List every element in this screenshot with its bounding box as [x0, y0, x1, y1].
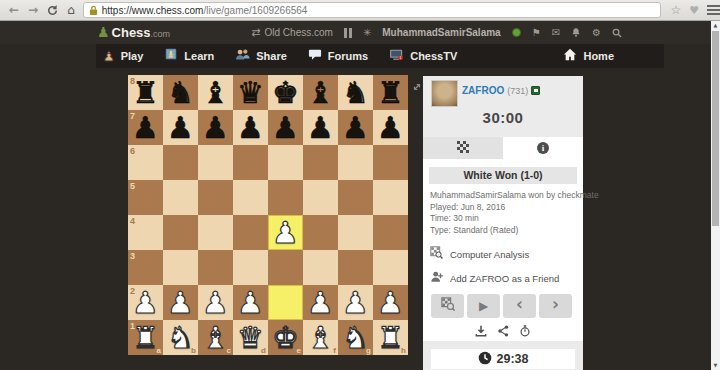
white-knight: ♞	[338, 320, 373, 355]
square-b5[interactable]	[163, 180, 198, 215]
online-status-icon[interactable]	[512, 28, 521, 37]
square-g7[interactable]: ♟	[338, 110, 373, 145]
square-a6[interactable]: 6	[128, 145, 163, 180]
nav-item-chesstv[interactable]: 1 ChessTV	[389, 47, 457, 65]
white-player-clock-bar: 29:38	[431, 349, 575, 369]
white-rook: ♜	[128, 320, 163, 355]
black-bishop: ♝	[198, 75, 233, 110]
white-knight: ♞	[163, 320, 198, 355]
black-king: ♚	[268, 75, 303, 110]
white-bishop: ♝	[198, 320, 233, 355]
white-pawn: ♟	[128, 285, 163, 320]
white-rook: ♜	[373, 320, 408, 355]
square-d8[interactable]: ♛	[233, 75, 268, 110]
black-rook: ♜	[373, 75, 408, 110]
nav-item-play[interactable]: ♟ Play	[103, 49, 143, 64]
square-a3[interactable]: 3	[128, 250, 163, 285]
forums-bubble-icon	[308, 47, 322, 65]
game-details-section: White Won (1-0) MuhammadSamirSalama won …	[423, 159, 583, 341]
square-h1[interactable]: h♜	[373, 320, 408, 355]
white-pawn: ♟	[198, 285, 233, 320]
square-c8[interactable]: ♝	[198, 75, 233, 110]
search-icon[interactable]	[612, 28, 622, 38]
nav-item-share[interactable]: Share	[235, 47, 287, 65]
square-f3[interactable]	[303, 250, 338, 285]
square-g2[interactable]: ♟	[338, 285, 373, 320]
chesstv-tv-icon: 1	[389, 47, 404, 65]
clock-icon	[478, 351, 492, 368]
scrollbar-thumb[interactable]	[712, 31, 719, 226]
square-g6[interactable]	[338, 145, 373, 180]
white-pawn: ♟	[233, 285, 268, 320]
page-background: ♟ Chess .com ⇄ Old Chess.com ✳ MuhammadS…	[0, 21, 711, 370]
square-h5[interactable]	[373, 180, 408, 215]
black-pawn: ♟	[233, 110, 268, 145]
white-pawn: ♟	[303, 285, 338, 320]
black-knight: ♞	[163, 75, 198, 110]
black-player-line: ZAFROO (731)	[462, 85, 540, 96]
chevron-left-icon: ‹	[516, 296, 523, 313]
nav-item-learn[interactable]: Learn	[164, 47, 214, 65]
white-pawn: ♟	[268, 215, 303, 250]
game-details: MuhammadSamirSalama won by checkmate Pla…	[430, 190, 583, 236]
square-e3[interactable]	[268, 250, 303, 285]
square-e7[interactable]: ♟	[268, 110, 303, 145]
square-h4[interactable]	[373, 215, 408, 250]
square-e4[interactable]: ♟	[268, 215, 303, 250]
square-g4[interactable]	[338, 215, 373, 250]
url-domain: https://www.chess.com	[102, 5, 204, 16]
messages-envelope-icon[interactable]: ✉	[552, 28, 560, 38]
back-icon[interactable]: ←	[9, 4, 19, 16]
square-g3[interactable]	[338, 250, 373, 285]
square-h2[interactable]: ♟	[373, 285, 408, 320]
game-info-panel: ZAFROO (731) 30:00 i White Won (1-0) Muh…	[423, 76, 583, 370]
square-e6[interactable]	[268, 145, 303, 180]
black-pawn: ♟	[128, 110, 163, 145]
reload-icon[interactable]	[47, 5, 58, 16]
rank-label-3: 3	[130, 251, 135, 261]
white-queen: ♛	[233, 320, 268, 355]
detail-time-control: Time: 30 min	[430, 213, 583, 225]
square-f4[interactable]	[303, 215, 338, 250]
heart-extension-icon[interactable]: ♥	[689, 4, 699, 17]
page-scrollbar[interactable]: ▲ ▼	[711, 21, 720, 370]
black-player-name[interactable]: ZAFROO	[462, 85, 504, 96]
add-friend-icon	[430, 269, 443, 287]
checkerboard-icon	[457, 139, 469, 157]
info-icon: i	[537, 142, 549, 154]
tab-info[interactable]: i	[503, 137, 583, 159]
black-rook: ♜	[128, 75, 163, 110]
columns-icon[interactable]	[344, 28, 352, 38]
detail-result-method: MuhammadSamirSalama won by checkmate	[430, 190, 583, 202]
chess-board: 8♜♞♝♛♚♝♞♜7♟♟♟♟♟♟♟♟654♟32♟♟♟♟♟♟♟1a♜b♞c♝d♛…	[128, 75, 408, 355]
square-g8[interactable]: ♞	[338, 75, 373, 110]
square-f2[interactable]: ♟	[303, 285, 338, 320]
square-a8[interactable]: 8♜	[128, 75, 163, 110]
share-nodes-icon[interactable]	[497, 323, 509, 341]
square-e5[interactable]	[268, 180, 303, 215]
browser-home-icon[interactable]: ⌂	[67, 3, 75, 17]
svg-text:1: 1	[400, 56, 402, 60]
black-pawn: ♟	[373, 110, 408, 145]
url-path: /live/game/1609266564	[203, 5, 307, 16]
square-d2[interactable]: ♟	[233, 285, 268, 320]
tab-board[interactable]	[423, 137, 503, 159]
square-a5[interactable]: 5	[128, 180, 163, 215]
settings-gear-icon[interactable]: ⚙	[592, 28, 601, 38]
rank-label-6: 6	[130, 146, 135, 156]
detail-played-date: Played: Jun 8, 2016	[430, 202, 583, 214]
play-icon: ▶	[479, 300, 488, 312]
black-pawn: ♟	[268, 110, 303, 145]
forward-icon[interactable]: →	[28, 4, 38, 16]
square-d3[interactable]	[233, 250, 268, 285]
square-d1[interactable]: d♛	[233, 320, 268, 355]
square-c6[interactable]	[198, 145, 233, 180]
play-pawn-icon: ♟	[103, 49, 115, 64]
square-a4[interactable]: 4	[128, 215, 163, 250]
playback-controls: ▶ ‹ ›	[431, 294, 583, 318]
board-expand-icon[interactable]	[412, 78, 422, 96]
nav-item-forums[interactable]: Forums	[308, 47, 368, 65]
logo-pawn-icon: ♟	[97, 25, 110, 39]
top-player-section: ZAFROO (731) 30:00	[423, 76, 583, 137]
square-c3[interactable]	[198, 250, 233, 285]
screen: ← → ⌂ https://www.chess.com/live/game/16…	[0, 0, 720, 370]
square-a2[interactable]: 2♟	[128, 285, 163, 320]
share-people-icon	[235, 47, 250, 65]
next-move-button[interactable]: ›	[539, 294, 572, 318]
square-d7[interactable]: ♟	[233, 110, 268, 145]
download-icon[interactable]	[475, 323, 487, 341]
square-d5[interactable]	[233, 180, 268, 215]
square-d4[interactable]	[233, 215, 268, 250]
white-bishop: ♝	[303, 320, 338, 355]
rank-label-5: 5	[130, 181, 135, 191]
square-f7[interactable]: ♟	[303, 110, 338, 145]
square-b1[interactable]: b♞	[163, 320, 198, 355]
scroll-up-icon[interactable]: ▲	[711, 21, 720, 30]
stopwatch-icon[interactable]	[519, 323, 531, 341]
square-h6[interactable]	[373, 145, 408, 180]
black-pawn: ♟	[163, 110, 198, 145]
username-link[interactable]: MuhammadSamirSalama	[382, 27, 500, 38]
old-chesscom-link[interactable]: ⇄ Old Chess.com	[251, 27, 333, 38]
black-player-clock: 30:00	[423, 109, 583, 126]
square-e2[interactable]	[268, 285, 303, 320]
previous-move-button[interactable]: ‹	[503, 294, 536, 318]
square-c1[interactable]: c♝	[198, 320, 233, 355]
main-navbar: ♟ Play Learn Share Forums 1 ChessTV Ho	[96, 44, 664, 68]
burst-icon[interactable]: ✳	[363, 28, 371, 38]
square-b6[interactable]	[163, 145, 198, 180]
square-g5[interactable]	[338, 180, 373, 215]
rank-label-4: 4	[130, 216, 135, 226]
square-c2[interactable]: ♟	[198, 285, 233, 320]
black-pawn: ♟	[338, 110, 373, 145]
computer-analysis-link[interactable]: Computer Analysis	[423, 245, 583, 263]
white-pawn: ♟	[373, 285, 408, 320]
chevron-right-icon: ›	[552, 296, 559, 313]
square-h3[interactable]	[373, 250, 408, 285]
black-player-rating: (731)	[507, 86, 528, 96]
home-icon	[563, 47, 577, 65]
chesscom-logo[interactable]: ♟ Chess .com	[97, 25, 170, 40]
url-bar[interactable]: https://www.chess.com/live/game/16092665…	[83, 2, 661, 18]
browser-toolbar: ← → ⌂ https://www.chess.com/live/game/16…	[0, 0, 720, 21]
analysis-button[interactable]	[431, 294, 464, 318]
square-f8[interactable]: ♝	[303, 75, 338, 110]
analysis-board-icon	[430, 245, 443, 263]
white-king: ♚	[268, 320, 303, 355]
square-b4[interactable]	[163, 215, 198, 250]
square-b3[interactable]	[163, 250, 198, 285]
pennant-flag-icon[interactable]: ⚑	[532, 28, 541, 38]
square-e8[interactable]: ♚	[268, 75, 303, 110]
nav-item-home[interactable]: Home	[563, 47, 614, 65]
padlock-icon	[89, 5, 98, 16]
square-f1[interactable]: f♝	[303, 320, 338, 355]
learn-book-icon	[164, 47, 178, 65]
white-pawn: ♟	[163, 285, 198, 320]
black-queen: ♛	[233, 75, 268, 110]
add-friend-link[interactable]: Add ZAFROO as a Friend	[423, 269, 583, 287]
black-bishop: ♝	[303, 75, 338, 110]
square-c4[interactable]	[198, 215, 233, 250]
panel-tabs: i	[423, 137, 583, 159]
square-a7[interactable]: 7♟	[128, 110, 163, 145]
square-h8[interactable]: ♜	[373, 75, 408, 110]
black-knight: ♞	[338, 75, 373, 110]
site-topbar: ♟ Chess .com ⇄ Old Chess.com ✳ MuhammadS…	[0, 21, 711, 44]
black-pawn: ♟	[198, 110, 233, 145]
play-button[interactable]: ▶	[467, 294, 500, 318]
square-d6[interactable]	[233, 145, 268, 180]
square-c7[interactable]: ♟	[198, 110, 233, 145]
board-magnifier-icon	[441, 297, 455, 315]
black-player-avatar[interactable]	[431, 80, 458, 107]
square-a1[interactable]: 1a♜	[128, 320, 163, 355]
square-b8[interactable]: ♞	[163, 75, 198, 110]
pakistan-flag-icon	[531, 86, 540, 95]
swap-icon: ⇄	[251, 27, 260, 38]
square-b2[interactable]: ♟	[163, 285, 198, 320]
square-g1[interactable]: g♞	[338, 320, 373, 355]
square-b7[interactable]: ♟	[163, 110, 198, 145]
topbar-right-cluster: ⇄ Old Chess.com ✳ MuhammadSamirSalama ⚑ …	[251, 27, 622, 38]
square-f6[interactable]	[303, 145, 338, 180]
black-pawn: ♟	[303, 110, 338, 145]
white-pawn: ♟	[338, 285, 373, 320]
bottom-player-section: 29:38 MuhammadSamirS... (710)	[423, 341, 583, 370]
square-e1[interactable]: e♚	[268, 320, 303, 355]
bookmark-star-icon[interactable]: ☆	[671, 3, 682, 17]
browser-menu-icon[interactable]	[707, 5, 720, 15]
detail-game-type: Type: Standard (Rated)	[430, 225, 583, 237]
square-c5[interactable]	[198, 180, 233, 215]
white-player-clock: 29:38	[497, 352, 529, 366]
game-tools-row	[423, 323, 583, 341]
square-f5[interactable]	[303, 180, 338, 215]
scroll-down-icon[interactable]: ▼	[711, 361, 720, 370]
square-h7[interactable]: ♟	[373, 110, 408, 145]
result-header: White Won (1-0)	[429, 167, 577, 184]
alerts-bell-icon[interactable]	[571, 27, 581, 38]
